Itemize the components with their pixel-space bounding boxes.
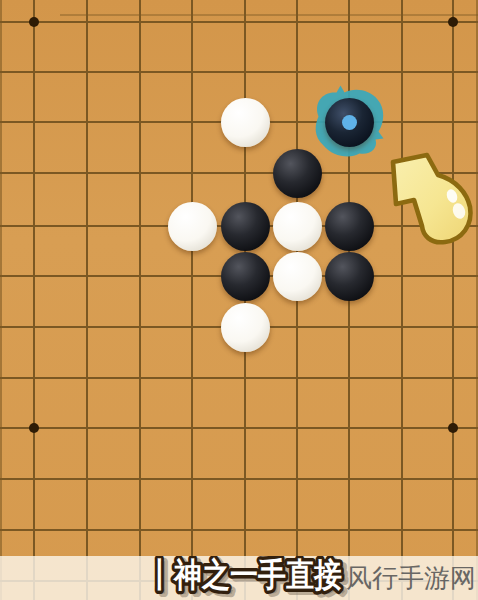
watermark-text: 风行手游网 xyxy=(346,563,476,593)
stone-disc xyxy=(273,149,322,198)
black-stone xyxy=(325,252,374,301)
white-stone xyxy=(221,303,270,352)
stone-disc xyxy=(221,252,270,301)
go-board[interactable] xyxy=(0,0,478,600)
stone-disc xyxy=(325,252,374,301)
last-move-stone-black xyxy=(325,98,374,147)
white-stone xyxy=(168,202,217,251)
black-stone xyxy=(221,202,270,251)
stone-disc xyxy=(325,202,374,251)
stone-disc xyxy=(221,98,270,147)
black-stone xyxy=(273,149,322,198)
last-move-marker-icon xyxy=(342,115,357,130)
stone-disc xyxy=(221,303,270,352)
white-stone xyxy=(273,202,322,251)
white-stone xyxy=(273,252,322,301)
stones-layer xyxy=(0,0,478,600)
stone-disc xyxy=(168,202,217,251)
stone-disc xyxy=(221,202,270,251)
black-stone xyxy=(221,252,270,301)
stone-disc xyxy=(273,202,322,251)
screenshot-frame: 丨神之一手直接 丨神之一手直接 风行手游网 xyxy=(0,0,478,600)
black-stone xyxy=(325,202,374,251)
caption-text: 丨神之一手直接 xyxy=(146,556,342,594)
stone-disc xyxy=(273,252,322,301)
white-stone xyxy=(221,98,270,147)
